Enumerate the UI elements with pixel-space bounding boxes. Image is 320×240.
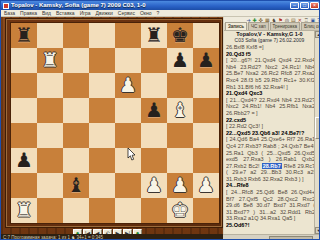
square-h1[interactable] [193,198,219,223]
scrollbar-thumb[interactable] [315,117,320,139]
piece-wp-f2[interactable]: ♟ [141,173,167,198]
square-a3[interactable]: ♟ [11,148,37,173]
variation[interactable]: [ 24...Rfc8 25.Qd6 Be8 26.Qxd4+ Bf7 27.Q… [226,189,315,221]
square-a1[interactable]: ♜ [11,198,37,223]
square-h7[interactable]: ♟ [193,48,219,73]
square-b2[interactable] [37,173,63,198]
square-e4[interactable] [115,123,141,148]
mouse-cursor [127,148,136,161]
menu-item-Вставка[interactable]: Вставка [56,10,75,17]
square-d7[interactable] [89,48,115,73]
maximize-button[interactable]: □ [300,2,309,9]
menu-item-Окно[interactable]: Окно [140,10,152,17]
square-c6[interactable] [63,73,89,98]
tab-bar: ЗаписьЧС запТренировкаБлиц оценка◂▸ [224,23,320,31]
square-d4[interactable] [89,123,115,148]
square-b3[interactable] [37,148,63,173]
piece-wp-h2[interactable]: ♟ [193,173,219,198]
vertical-scrollbar[interactable]: ▲ ▼ [314,31,320,234]
variation[interactable]: [ 21...Qxd4? 22.Rxd4 Nb4 23.Rd2? Nxc2 24… [226,97,315,116]
square-a7[interactable] [11,48,37,73]
status-bar: С:7 Программная задача: 1 из 1 ♞ 34+1 = … [1,234,320,240]
square-c1[interactable] [63,198,89,223]
square-b6[interactable] [37,73,63,98]
menu-item-Движки[interactable]: Движки [96,10,113,17]
square-h8[interactable] [193,23,219,48]
square-d2[interactable] [89,173,115,198]
square-a4[interactable] [11,123,37,148]
square-a2[interactable] [11,173,37,198]
minimize-button[interactable]: – [290,2,299,9]
main-move[interactable]: 20.Qd3 f5 [226,51,315,58]
square-f3[interactable] [141,148,167,173]
scroll-down-icon[interactable]: ▼ [315,227,320,234]
square-g4[interactable] [167,123,193,148]
piece-wr-b7[interactable]: ♜ [37,48,63,73]
app-window: Topalov - Kamsky, Sofia (game 7) 2009 C0… [0,0,320,240]
square-c5[interactable] [63,98,89,123]
menu-item-Правка[interactable]: Правка [20,10,37,17]
square-d1[interactable] [89,198,115,223]
square-e8[interactable] [115,23,141,48]
piece-wk-g1[interactable]: ♚ [167,198,193,223]
square-f6[interactable] [141,73,167,98]
square-g6[interactable] [167,73,193,98]
tab-Тренировка[interactable]: Тренировка [270,22,300,30]
menu-item-База[interactable]: База [4,10,15,17]
menu-item-?[interactable]: ? [157,10,160,17]
menu-item-Вид[interactable]: Вид [42,10,51,17]
piece-wp-e6[interactable]: ♟ [115,73,141,98]
square-f7[interactable] [141,48,167,73]
piece-wp-g2[interactable]: ♟ [167,173,193,198]
status-scroll-area [223,234,320,240]
main-move[interactable]: 24...Rfe8 [226,182,315,189]
square-h5[interactable] [193,98,219,123]
square-c8[interactable] [63,23,89,48]
variation[interactable]: [ 22.Rd2 Qc3! ] [226,123,263,129]
board-frame: ♜♜♚♜♟♟♟♟♝♟♝♟♟♟♜♚ [5,18,223,228]
app-icon [3,3,9,9]
square-e6[interactable]: ♟ [115,73,141,98]
square-g3[interactable] [167,148,193,173]
square-f4[interactable] [141,123,167,148]
square-b4[interactable] [37,123,63,148]
close-button[interactable]: × [310,2,319,9]
main-move[interactable]: 22.cxd5 [226,117,315,124]
tab-ЧС зап[interactable]: ЧС зап [248,22,269,30]
square-c3[interactable] [63,148,89,173]
square-h4[interactable] [193,123,219,148]
board-pane: ♜♜♚♜♟♟♟♟♝♟♝♟♟♟♜♚ ●|◀◀↶▶▶|● [1,17,222,234]
notation-pane: ➔✚✜▦♞⚑◎▤✕♖▣? ЗаписьЧС запТренировкаБлиц … [223,17,320,234]
square-g5[interactable]: ♝ [167,98,193,123]
piece-bb-c2[interactable]: ♝ [63,173,89,198]
square-h3[interactable] [193,148,219,173]
piece-br-a8[interactable]: ♜ [11,23,37,48]
square-d8[interactable] [89,23,115,48]
square-a8[interactable]: ♜ [11,23,37,48]
piece-bp-g7[interactable]: ♟ [167,48,193,73]
square-d5[interactable] [89,98,115,123]
main-move[interactable]: 25.Qd6?! [226,222,315,227]
piece-wb-g5[interactable]: ♝ [167,98,193,123]
square-g2[interactable]: ♟ [167,173,193,198]
chess-board[interactable]: ♜♜♚♜♟♟♟♟♝♟♝♟♟♟♜♚ [10,22,220,224]
current-move[interactable]: 28.Rb7 [262,163,282,169]
piece-bp-f5[interactable]: ♟ [141,98,167,123]
square-h2[interactable]: ♟ [193,173,219,198]
square-a6[interactable] [11,73,37,98]
piece-bp-h7[interactable]: ♟ [193,48,219,73]
piece-br-f8[interactable]: ♜ [141,23,167,48]
square-f8[interactable]: ♜ [141,23,167,48]
square-d3[interactable] [89,148,115,173]
status-text: С:7 Программная задача: 1 из 1 ♞ 34+1 = … [1,234,223,240]
square-d6[interactable] [89,73,115,98]
menu-item-Игра[interactable]: Игра [80,10,91,17]
square-h6[interactable] [193,73,219,98]
square-b8[interactable] [37,23,63,48]
square-c7[interactable] [63,48,89,73]
menu-item-Сервис[interactable]: Сервис [118,10,135,17]
horizontal-scrollbar[interactable] [269,236,313,240]
square-g8[interactable]: ♚ [167,23,193,48]
tab-Запись[interactable]: Запись [225,22,247,30]
game-header: Topalov,V - Kamsky,G 1-0 C03 Sofia (game… [224,31,315,43]
square-e2[interactable] [115,173,141,198]
variation[interactable]: 26.Bxf8 Kxf8 =] [226,44,263,50]
square-e7[interactable] [115,48,141,73]
square-f1[interactable] [141,198,167,223]
scroll-up-icon[interactable]: ▲ [315,31,320,38]
square-f5[interactable]: ♟ [141,98,167,123]
main-move[interactable]: 22...Qxd5 23.Qb6 a3! 24.Be7!? [226,130,315,137]
eco-event-date: C03 Sofia (game 7) 26.02.2009 [224,37,315,43]
piece-bk-g8[interactable]: ♚ [167,23,193,48]
main-move[interactable]: 21.Qxd4 Qxc3 [226,90,315,97]
square-g7[interactable]: ♟ [167,48,193,73]
square-g1[interactable]: ♚ [167,198,193,223]
square-b5[interactable] [37,98,63,123]
square-c2[interactable]: ♝ [63,173,89,198]
square-b7[interactable]: ♜ [37,48,63,73]
piece-bp-a3[interactable]: ♟ [11,148,37,173]
variation[interactable]: [ 20...g6?! 21.Qxd4 Qxd4 22.Rxd4 Nb4 23.… [226,57,315,89]
piece-wr-a1[interactable]: ♜ [11,198,37,223]
square-c4[interactable] [63,123,89,148]
square-e1[interactable] [115,198,141,223]
menu-bar: БазаПравкаВидВставкаИграДвижкиСервисОкно… [1,10,320,17]
square-a5[interactable] [11,98,37,123]
square-e5[interactable] [115,98,141,123]
square-b1[interactable] [37,198,63,223]
square-f2[interactable]: ♟ [141,173,167,198]
tab-Блиц оценка[interactable]: Блиц оценка [301,22,320,30]
notation-text[interactable]: 26.Bxf8 Kxf8 =]20.Qd3 f5[ 20...g6?! 21.Q… [226,44,315,227]
